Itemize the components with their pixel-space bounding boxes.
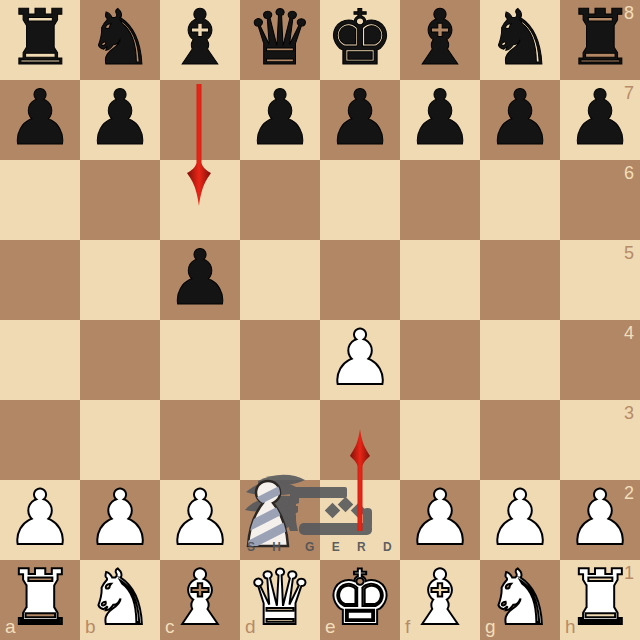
square-a3[interactable] bbox=[0, 400, 80, 480]
piece-black-pawn[interactable]: ♟ bbox=[166, 238, 234, 318]
square-b7[interactable]: ♟ bbox=[80, 80, 160, 160]
piece-white-king[interactable]: ♚ bbox=[326, 558, 394, 638]
piece-white-bishop[interactable]: ♝ bbox=[166, 558, 234, 638]
square-a5[interactable] bbox=[0, 240, 80, 320]
square-a4[interactable] bbox=[0, 320, 80, 400]
square-c1[interactable]: ♝ bbox=[160, 560, 240, 640]
piece-black-rook[interactable]: ♜ bbox=[6, 0, 74, 78]
square-g5[interactable] bbox=[480, 240, 560, 320]
square-c8[interactable]: ♝ bbox=[160, 0, 240, 80]
square-b5[interactable] bbox=[80, 240, 160, 320]
square-c3[interactable] bbox=[160, 400, 240, 480]
piece-white-knight[interactable]: ♞ bbox=[486, 558, 554, 638]
square-f6[interactable] bbox=[400, 160, 480, 240]
square-f2[interactable]: ♟ bbox=[400, 480, 480, 560]
square-c2[interactable]: ♟ bbox=[160, 480, 240, 560]
square-c4[interactable] bbox=[160, 320, 240, 400]
square-a7[interactable]: ♟ bbox=[0, 80, 80, 160]
piece-black-bishop[interactable]: ♝ bbox=[406, 0, 474, 78]
square-f5[interactable] bbox=[400, 240, 480, 320]
square-b8[interactable]: ♞ bbox=[80, 0, 160, 80]
piece-black-pawn[interactable]: ♟ bbox=[566, 78, 634, 158]
square-f3[interactable] bbox=[400, 400, 480, 480]
square-h4[interactable] bbox=[560, 320, 640, 400]
piece-black-knight[interactable]: ♞ bbox=[86, 0, 154, 78]
piece-white-pawn[interactable]: ♟ bbox=[486, 478, 554, 558]
square-g2[interactable]: ♟ bbox=[480, 480, 560, 560]
piece-black-pawn[interactable]: ♟ bbox=[486, 78, 554, 158]
square-h2[interactable]: ♟ bbox=[560, 480, 640, 560]
piece-white-pawn[interactable]: ♟ bbox=[166, 478, 234, 558]
square-a8[interactable]: ♜ bbox=[0, 0, 80, 80]
square-f4[interactable] bbox=[400, 320, 480, 400]
piece-black-knight[interactable]: ♞ bbox=[486, 0, 554, 78]
square-a6[interactable] bbox=[0, 160, 80, 240]
piece-white-pawn[interactable]: ♟ bbox=[86, 478, 154, 558]
square-f1[interactable]: ♝ bbox=[400, 560, 480, 640]
piece-black-queen[interactable]: ♛ bbox=[246, 0, 314, 78]
square-h8[interactable]: ♜ bbox=[560, 0, 640, 80]
square-h6[interactable] bbox=[560, 160, 640, 240]
piece-white-pawn[interactable]: ♟ bbox=[406, 478, 474, 558]
square-d6[interactable] bbox=[240, 160, 320, 240]
piece-white-pawn[interactable]: ♟ bbox=[566, 478, 634, 558]
square-d4[interactable] bbox=[240, 320, 320, 400]
piece-white-pawn[interactable]: ♟ bbox=[326, 318, 394, 398]
square-f8[interactable]: ♝ bbox=[400, 0, 480, 80]
square-g1[interactable]: ♞ bbox=[480, 560, 560, 640]
square-b1[interactable]: ♞ bbox=[80, 560, 160, 640]
square-c6[interactable] bbox=[160, 160, 240, 240]
piece-black-bishop[interactable]: ♝ bbox=[166, 0, 234, 78]
square-d5[interactable] bbox=[240, 240, 320, 320]
piece-white-rook[interactable]: ♜ bbox=[6, 558, 74, 638]
watermark-text-right: G E R D bbox=[305, 540, 399, 554]
square-d3[interactable] bbox=[240, 400, 320, 480]
piece-white-pawn[interactable]: ♟ bbox=[6, 478, 74, 558]
square-e3[interactable] bbox=[320, 400, 400, 480]
square-c5[interactable]: ♟ bbox=[160, 240, 240, 320]
piece-black-rook[interactable]: ♜ bbox=[566, 0, 634, 78]
square-d1[interactable]: ♛ bbox=[240, 560, 320, 640]
piece-black-king[interactable]: ♚ bbox=[326, 0, 394, 78]
square-g6[interactable] bbox=[480, 160, 560, 240]
square-g4[interactable] bbox=[480, 320, 560, 400]
piece-black-pawn[interactable]: ♟ bbox=[246, 78, 314, 158]
square-b4[interactable] bbox=[80, 320, 160, 400]
piece-white-rook[interactable]: ♜ bbox=[566, 558, 634, 638]
square-e6[interactable] bbox=[320, 160, 400, 240]
square-g8[interactable]: ♞ bbox=[480, 0, 560, 80]
square-h3[interactable] bbox=[560, 400, 640, 480]
square-e4[interactable]: ♟ bbox=[320, 320, 400, 400]
piece-black-pawn[interactable]: ♟ bbox=[406, 78, 474, 158]
square-c7[interactable] bbox=[160, 80, 240, 160]
piece-black-pawn[interactable]: ♟ bbox=[6, 78, 74, 158]
piece-black-pawn[interactable]: ♟ bbox=[326, 78, 394, 158]
piece-white-bishop[interactable]: ♝ bbox=[406, 558, 474, 638]
square-e5[interactable] bbox=[320, 240, 400, 320]
square-g7[interactable]: ♟ bbox=[480, 80, 560, 160]
piece-white-knight[interactable]: ♞ bbox=[86, 558, 154, 638]
piece-white-queen[interactable]: ♛ bbox=[246, 558, 314, 638]
square-d8[interactable]: ♛ bbox=[240, 0, 320, 80]
piece-black-pawn[interactable]: ♟ bbox=[86, 78, 154, 158]
square-d7[interactable]: ♟ bbox=[240, 80, 320, 160]
square-h7[interactable]: ♟ bbox=[560, 80, 640, 160]
square-b2[interactable]: ♟ bbox=[80, 480, 160, 560]
chess-board-wrap: ♜♞♝♛♚♝♞♜♟♟♟♟♟♟♟♟♟♟♟♟♟♟♟♜♞♝♛♚♝♞♜ bbox=[0, 0, 640, 640]
square-e7[interactable]: ♟ bbox=[320, 80, 400, 160]
square-a2[interactable]: ♟ bbox=[0, 480, 80, 560]
square-b3[interactable] bbox=[80, 400, 160, 480]
square-e8[interactable]: ♚ bbox=[320, 0, 400, 80]
watermark-text-left: S H bbox=[247, 540, 288, 554]
square-h1[interactable]: ♜ bbox=[560, 560, 640, 640]
square-e1[interactable]: ♚ bbox=[320, 560, 400, 640]
square-a1[interactable]: ♜ bbox=[0, 560, 80, 640]
square-f7[interactable]: ♟ bbox=[400, 80, 480, 160]
square-b6[interactable] bbox=[80, 160, 160, 240]
square-g3[interactable] bbox=[480, 400, 560, 480]
square-h5[interactable] bbox=[560, 240, 640, 320]
